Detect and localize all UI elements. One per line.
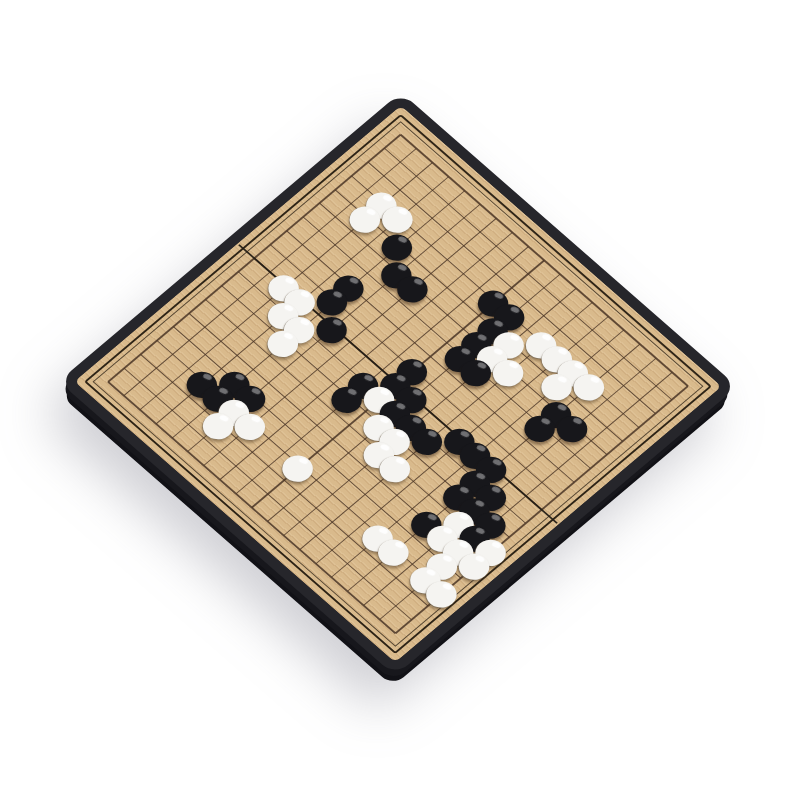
go-board: ●●●●●●●●●●●●●●●●●●●●●●●●●●●●●●●●●●●●●●●●… [59,92,738,676]
board-wood[interactable]: ●●●●●●●●●●●●●●●●●●●●●●●●●●●●●●●●●●●●●●●●… [74,105,722,662]
product-photo-scene: ●●●●●●●●●●●●●●●●●●●●●●●●●●●●●●●●●●●●●●●●… [0,0,800,800]
board-frame: ●●●●●●●●●●●●●●●●●●●●●●●●●●●●●●●●●●●●●●●●… [59,92,738,676]
